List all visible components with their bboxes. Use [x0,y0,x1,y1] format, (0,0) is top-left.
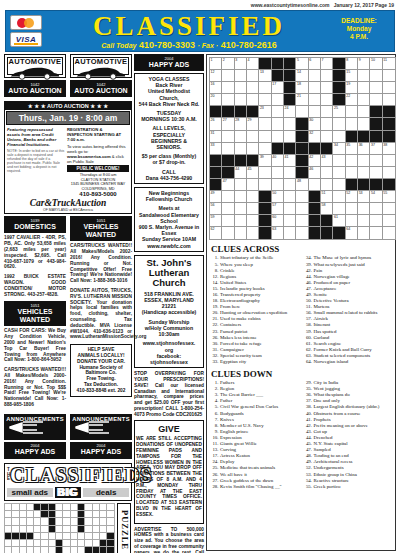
solution-cell [63,533,70,540]
crossword-black-cell [296,155,308,167]
left-subcolumn-1: 1039DOMESTICS 1997 CAVALIER - 4DR, PS, P… [4,216,66,411]
solution-cell [71,511,78,518]
crossword-cell: 22 [346,94,358,106]
crossword-cell: 13 [259,70,271,82]
solution-cell [100,511,107,518]
solution-cell [78,511,85,518]
left-subcolumn-2: 1051VEHICLES WANTED CARS/TRUCKS WANTED!!… [70,216,132,411]
announcements-header-2: ANNOUNCEMENTS [70,414,132,440]
auction-featuring-text: Featuring repossessed assets from area C… [7,127,65,147]
solution-cell [71,540,78,547]
crossword-cell [272,131,284,143]
category-happy-ads-1: 2004HAPPY ADS [4,442,66,459]
solution-cell [93,526,100,533]
car-silhouette-icon [9,67,61,80]
crossword-cell [284,191,296,203]
crossword-cell [272,106,284,118]
crossword-cell [296,203,308,215]
crossword-cell [296,227,308,239]
crossword-cell [383,70,395,82]
solution-cell [107,533,114,540]
crossword-black-cell [370,131,382,143]
solution-cell [93,504,100,511]
solution-cell [5,533,12,540]
st-johns-title: St. John's Lutheran Church [136,258,202,288]
crossword-cell [358,70,370,82]
crossword-cell [383,215,395,227]
crossword-cell [370,227,382,239]
crossword-cell [247,179,259,191]
crossword-cell: 47 [222,179,234,191]
solution-cell [71,504,78,511]
crossword-cell: 33 [210,143,222,155]
solution-cell [49,540,56,547]
crossword-cell [222,131,234,143]
ad-cars-trucks-wanted-3: CARS/TRUCKS WANTED!!! All Makes/Models 2… [4,367,66,408]
solution-cell [100,526,107,533]
solution-cell [63,526,70,533]
solution-cell [100,533,107,540]
solution-cell [5,540,12,547]
crossword-black-cell [383,131,395,143]
clue-item: 55.Greek portico [303,484,394,490]
newspaper-page: www.eastcountytimesonline.com January 12… [0,0,400,553]
crossword-black-cell [333,58,345,70]
fax-number: 410-780-2616 [221,40,277,50]
crossword-cell: 3 [235,58,247,70]
public-welcome-bar: PUBLIC WELCOME! [67,165,129,172]
across-clues-left: 1.Short tributary of the Seille5.Where y… [209,255,300,365]
puzzle-solution-label: PUZZLE SOLUTION [117,503,131,553]
crossword-cell [358,94,370,106]
solution-cell [71,533,78,540]
page-number: Page 19 [375,2,394,8]
category-vehicles-wanted-2: 1051VEHICLES WANTED [70,216,132,241]
crossword-cell [346,155,358,167]
crossword-cell: 19 [346,82,358,94]
crossword-cell [358,227,370,239]
crossword-black-cell [383,118,395,130]
auto-auction-ad: ★ ★ ★ AUTO AUCTION ★ ★ ★ Thurs., Jan. 19… [4,101,132,214]
crossword-black-cell [321,227,333,239]
crossword-cell: 18 [296,82,308,94]
crossword-black-cell [333,70,345,82]
crossword-cell [370,70,382,82]
solution-cell [63,511,70,518]
crossword-cell: 43 [321,155,333,167]
crossword-cell: 38 [383,143,395,155]
deals-label: deals [83,488,129,497]
solution-cell [93,511,100,518]
crossword-black-cell [284,94,296,106]
solution-cell [107,504,114,511]
mastercard-orange-circle-icon [24,18,34,28]
deadline-note: DEADLINE: Monday 4 P.M. [328,17,390,41]
solution-cell [27,518,34,525]
crossword-cell [296,191,308,203]
solution-cell [107,526,114,533]
solution-cell [56,511,63,518]
crossword-cell [222,215,234,227]
crossword-black-cell [259,227,271,239]
crossword-black-cell [370,106,382,118]
auction-star-bar: ★ ★ ★ AUTO AUCTION ★ ★ ★ [5,102,131,110]
crossword-cell [272,179,284,191]
auction-phone: 410-893-5000 [67,191,129,197]
crossword-cell: 36 [358,143,370,155]
trumpet-icon [74,421,114,434]
category-auto-auction-2: 1042AUTO AUCTION [70,80,132,97]
crossword-black-cell [235,155,247,167]
solution-cell [63,547,70,553]
crossword-cell [284,179,296,191]
crossword-cell: 5 [296,58,308,70]
crossword-grid: 1234567891011121314151617181920212223242… [209,57,396,240]
crossword-cell: 2 [222,58,234,70]
crossword-cell [358,167,370,179]
category-happy-ads-top: 2004HAPPY ADS [134,54,204,71]
crossword-black-cell [358,179,370,191]
crossword-cell [247,70,259,82]
crossword-cell [309,106,321,118]
crossword-black-cell [309,215,321,227]
crossword-cell [235,94,247,106]
crossword-cell [235,191,247,203]
crossword-cell: 30 [309,118,321,130]
crossword-black-cell [309,227,321,239]
crossword-cell [321,179,333,191]
crossword-cell: 46 [309,167,321,179]
ad-donate-autos: DONATE AUTOS, TRUCKS, RV'S. LUTHERAN MIS… [70,288,132,340]
crossword-cell [321,94,333,106]
payment-cards: VISA [10,15,44,49]
solution-cell [34,526,41,533]
crossword-cell [284,215,296,227]
crossword-cell: 11 [383,58,395,70]
across-clues-right: 34.The Muse of lyric and hymns39.What ne… [303,255,394,365]
crossword-cell [358,215,370,227]
automotive-header-2: AUTOMOTIVE [70,54,132,78]
crossword-cell [370,167,382,179]
solution-cell [5,511,12,518]
crossword-black-cell [284,58,296,70]
crossword-cell [309,70,321,82]
crossword-cell: 15 [346,70,358,82]
solution-cell [71,547,78,553]
crossword-cell [284,203,296,215]
crossword-cell [346,106,358,118]
crossword-cell [309,82,321,94]
crossword-cell [222,94,234,106]
solution-cell [41,518,48,525]
auction-view-text: To view autos being offered this week go… [67,144,129,154]
solution-cell [93,540,100,547]
call-today-label: Call Today [101,42,136,49]
solution-cell [12,526,19,533]
crossword-black-cell [259,203,271,215]
crossword-black-cell [235,106,247,118]
crossword-cell [370,155,382,167]
crossword-cell: 35 [346,143,358,155]
crossword-cell [235,143,247,155]
solution-cell [20,547,27,553]
give-title: GIVE [136,424,202,434]
solution-cell [71,518,78,525]
crossword-cell [222,191,234,203]
crossword-cell: 31 [210,131,222,143]
ad-humane-society: HELP SAVEANIMALS LOCALLY!DONATE YOUR CAR… [70,344,132,396]
crossword-cell [247,215,259,227]
crossword-cell: 6 [309,58,321,70]
crossword-cell [222,203,234,215]
solution-cell [78,504,85,511]
crossword-cell: 24 [284,106,296,118]
auction-fine-print: NOTE: In order to bid on a car at this s… [7,149,65,173]
crossword-cell [247,191,259,203]
solution-cell [100,518,107,525]
solution-cell [34,540,41,547]
crossword-cell [272,118,284,130]
phone-number: 410-780-3303 [139,40,195,50]
crossword-cell [370,82,382,94]
crossword-cell [321,131,333,143]
crossword-cell [333,118,345,130]
crossword-cell: 17 [272,82,284,94]
crossword-cell [309,179,321,191]
issue-date: January 12, 2017 [334,2,374,8]
solution-cell [27,540,34,547]
crossword-cell [247,203,259,215]
crossword-black-cell [383,179,395,191]
crossword-box: 1234567891011121314151617181920212223242… [206,54,396,551]
solution-cell [56,547,63,553]
crossword-black-cell [272,70,284,82]
crossword-cell [259,82,271,94]
crossword-cell [321,167,333,179]
solution-cell [12,511,19,518]
crossword-cell: 27 [222,118,234,130]
crossword-cell: 9 [358,58,370,70]
visa-logo: VISA [10,32,42,47]
solution-cell [85,504,92,511]
crossword-cell: 51 [321,191,333,203]
crossword-cell: 37 [370,143,382,155]
solution-cell [27,511,34,518]
ad-prescriptions: STOP OVERPAYING FOR YOUR PRESCRIPTIONS! … [134,371,204,417]
category-auto-auction-1: 1042AUTO AUCTION [4,80,66,97]
crossword-cell [358,155,370,167]
crossword-black-cell [296,131,308,143]
crossword-cell [358,106,370,118]
crossword-cell: 49 [210,191,222,203]
crossword-black-cell [321,215,333,227]
crossword-cell [358,203,370,215]
auction-location: Thursdays at 8:00 amCLAYTON STATION1345 … [67,173,129,191]
crossword-cell: 26 [210,118,222,130]
solution-cell [56,504,63,511]
classified-banner: VISA CLASSIFIED Call Today 410-780-3303 … [5,10,395,52]
car-truck-auction-subtext: OF MARYLAND at BSCAmerica [5,208,131,213]
crossword-cell: 16 [210,82,222,94]
crossword-cell [222,82,234,94]
solution-cell [20,518,27,525]
car-silhouette-icon [75,67,127,80]
page-masthead: www.eastcountytimesonline.com January 12… [0,0,400,10]
crossword-cell [296,106,308,118]
solution-cell [93,518,100,525]
solution-cell [56,526,63,533]
crossword-cell: 62 [210,227,222,239]
mastercard-logo [10,15,42,30]
solution-cell [34,518,41,525]
solution-cell [12,504,19,511]
crossword-cell: 52 [346,191,358,203]
crossword-cell [235,227,247,239]
crossword-cell: 61 [333,215,345,227]
ad-yoga-classes: YOGA CLASSESBack RiverUnited MethodistCh… [134,73,204,184]
solution-cell [27,504,34,511]
crossword-cell [222,70,234,82]
crossword-black-cell [321,143,333,155]
crossword-cell [247,94,259,106]
solution-cell [78,518,85,525]
crossword-black-cell [296,143,308,155]
site-url: www.eastcountytimesonline.com [251,2,330,8]
crossword-black-cell [284,82,296,94]
crossword-black-cell [210,155,222,167]
crossword-cell: 20 [210,94,222,106]
solution-cell [20,540,27,547]
crossword-cell [333,167,345,179]
solution-cell [49,504,56,511]
solution-cell [49,526,56,533]
solution-cell [20,533,27,540]
auction-date-bar: Thurs., Jan. 19 · 8:00 am [6,111,130,125]
big-label: BIG [55,487,82,498]
crossword-cell: 60 [272,215,284,227]
crossword-cell [259,143,271,155]
solution-cell [85,533,92,540]
page-title: CLASSIFIED [54,11,324,41]
solution-cell [56,540,63,547]
solution-cell [78,540,85,547]
ad-new-beginnings-church: New BeginningsFellowship ChurchMeets atS… [134,187,204,252]
crossword-cell: 12 [210,70,222,82]
crossword-cell [272,94,284,106]
crossword-cell [346,203,358,215]
solution-cell [5,518,12,525]
ad-st-johns-church: St. John's Lutheran Church 518 FRANKLIN … [134,255,204,368]
crossword-cell: 8 [346,58,358,70]
crossword-cell [346,215,358,227]
solution-cell [63,504,70,511]
crossword-cell [370,215,382,227]
crossword-cell [383,227,395,239]
crossword-cell: 50 [272,191,284,203]
car-truck-auction-script: Car&TruckAuction [5,198,131,208]
solution-cell [78,533,85,540]
solution-cell [41,526,48,533]
solution-cell [41,547,48,553]
middle-column: 2004HAPPY ADS YOGA CLASSESBack RiverUnit… [134,54,204,553]
crossword-black-cell [247,106,259,118]
solution-cell [41,511,48,518]
ad-give-donations: GIVE WE ARE STILL ACCEPTING DONATIONS OF… [134,420,204,523]
crossword-black-cell [259,58,271,70]
down-clues-right: 29.City in India35.Went jogging36.What t… [303,380,394,490]
crossword-black-cell [346,179,358,191]
ad-buick: 1992 BUICK ESTATE WAGON. GOOD CONDITION/… [4,274,66,297]
solution-cell [100,547,107,553]
crossword-cell: 40 [272,155,284,167]
crossword-black-cell [309,203,321,215]
solution-cell [56,533,63,540]
crossword-cell [222,143,234,155]
solution-cell [12,518,19,525]
crossword-cell [235,203,247,215]
auction-registration-text: REGISTRATION & INSPECTION STARTING AT 7:… [67,127,129,142]
crossword-cell [259,94,271,106]
crossword-black-cell [284,70,296,82]
crossword-cell: 10 [370,58,382,70]
crossword-black-cell [210,167,222,179]
clue-item: 64.Norwegian island [303,359,394,365]
crossword-cell [358,118,370,130]
solution-cell [78,547,85,553]
crossword-black-cell [309,191,321,203]
solution-cell [100,540,107,547]
crossword-cell [333,191,345,203]
category-happy-ads-2: 2004HAPPY ADS [70,442,132,459]
crossword-cell [333,131,345,143]
crossword-black-cell [370,179,382,191]
solution-cell [27,526,34,533]
crossword-solution-grid [4,503,115,553]
ad-advertise-homes: ADVERTISE TO 500,000 HOMES with a busine… [134,527,204,553]
solution-cell [107,518,114,525]
solution-cell [107,511,114,518]
solution-cell [20,511,27,518]
crossword-cell [296,215,308,227]
crossword-black-cell [333,227,345,239]
solution-cell [49,518,56,525]
crossword-black-cell [346,131,358,143]
crossword-cell: 14 [296,70,308,82]
clue-item: 33.Egyptian city [209,359,300,365]
crossword-cell: 63 [272,227,284,239]
solution-cell [20,504,27,511]
crossword-cell [383,167,395,179]
crossword-cell [346,118,358,130]
call-today-line: Call Today 410-780-3303 · Fax · 410-780-… [54,40,324,50]
solution-cell [56,518,63,525]
crossword-cell: 55 [383,191,395,203]
crossword-cell [247,82,259,94]
crossword-cell: 4 [247,58,259,70]
crossword-cell: 48 [296,179,308,191]
crossword-black-cell [370,118,382,130]
crossword-cell: 21 [296,94,308,106]
solution-cell [41,540,48,547]
crossword-black-cell [296,118,308,130]
crossword-black-cell [259,215,271,227]
crossword-cell: 32 [309,131,321,143]
solution-cell [34,511,41,518]
solution-cell [34,504,41,511]
solution-cell [85,511,92,518]
crossword-cell: 29 [247,118,259,130]
crossword-cell [321,106,333,118]
